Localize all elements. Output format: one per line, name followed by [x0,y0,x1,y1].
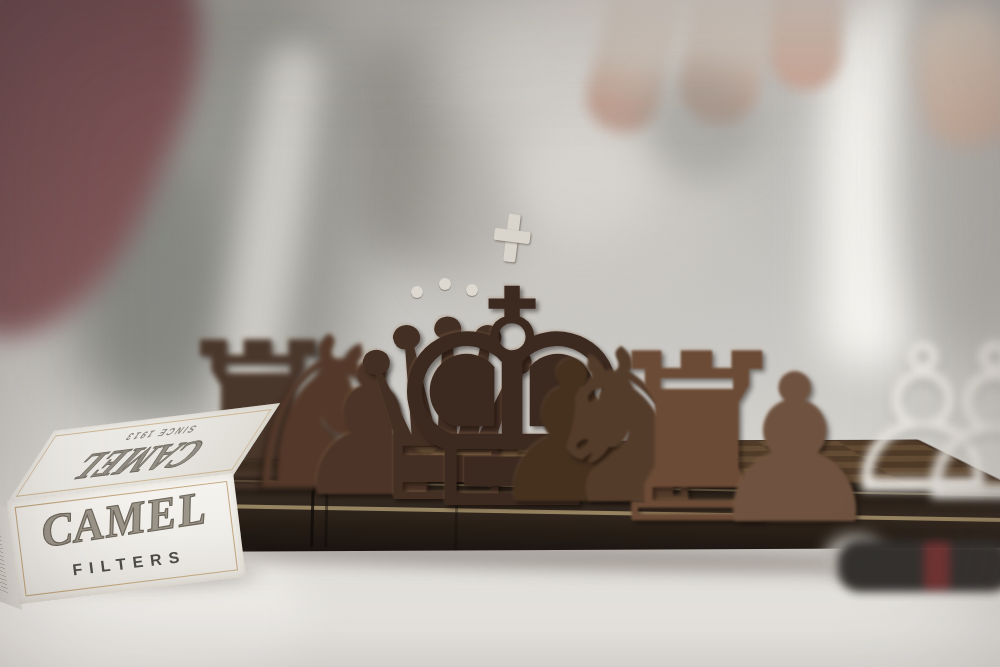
king-cross-horizontal [494,228,531,244]
lighter-object [838,540,1000,592]
photo-scene: ♜♞♟♛♚♟♞♜♟♙♙ CAMEL SINCE 1913 CAMEL FILTE… [0,0,1000,667]
pack-side-fine-print [0,508,8,593]
king-white-cross [491,212,533,264]
cigarette-pack: CAMEL SINCE 1913 CAMEL FILTERS [0,392,281,615]
lighter-red-band [924,542,950,590]
piece-white-pawn-edge[interactable]: ♙ [888,316,1000,531]
